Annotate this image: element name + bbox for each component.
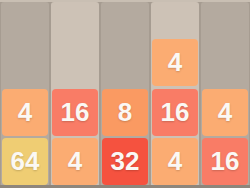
tile-16: 16 [152, 89, 198, 136]
tile-16: 16 [52, 89, 98, 136]
tile-4: 4 [2, 89, 48, 136]
tile-4: 4 [52, 138, 98, 185]
board-bottom-edge [0, 185, 250, 188]
tile-64: 64 [2, 138, 48, 185]
game-board: 4416816464432416 [0, 0, 250, 188]
tile-8: 8 [102, 89, 148, 136]
tile-4: 4 [152, 39, 198, 86]
tile-4: 4 [152, 138, 198, 185]
tile-4: 4 [202, 89, 248, 136]
tile-32: 32 [102, 138, 148, 185]
tile-16: 16 [202, 138, 248, 185]
